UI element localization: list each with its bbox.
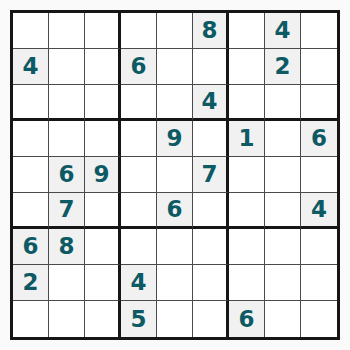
cell-r7c7[interactable] <box>229 229 265 265</box>
cell-r1c9[interactable] <box>301 13 337 49</box>
cell-r9c5[interactable] <box>157 301 193 337</box>
sudoku-board: 844624916697764682456 <box>10 10 340 340</box>
cell-r7c2: 8 <box>49 229 85 265</box>
cell-r4c3[interactable] <box>85 121 121 157</box>
cell-r6c2: 7 <box>49 193 85 229</box>
cell-r4c9: 6 <box>301 121 337 157</box>
cell-r7c9[interactable] <box>301 229 337 265</box>
cell-r3c6: 4 <box>193 85 229 121</box>
cell-r3c3[interactable] <box>85 85 121 121</box>
cell-r3c1[interactable] <box>13 85 49 121</box>
cell-r9c4: 5 <box>121 301 157 337</box>
cell-r6c4[interactable] <box>121 193 157 229</box>
cell-r9c2[interactable] <box>49 301 85 337</box>
cell-r7c1: 6 <box>13 229 49 265</box>
cell-r8c6[interactable] <box>193 265 229 301</box>
cell-r1c6: 8 <box>193 13 229 49</box>
cell-r8c2[interactable] <box>49 265 85 301</box>
cell-r6c9: 4 <box>301 193 337 229</box>
cell-r7c6[interactable] <box>193 229 229 265</box>
cell-r6c3[interactable] <box>85 193 121 229</box>
cell-r6c1[interactable] <box>13 193 49 229</box>
cell-r7c4[interactable] <box>121 229 157 265</box>
cell-r5c5[interactable] <box>157 157 193 193</box>
cell-r3c5[interactable] <box>157 85 193 121</box>
cell-r1c3[interactable] <box>85 13 121 49</box>
cell-r6c5: 6 <box>157 193 193 229</box>
cell-r5c7[interactable] <box>229 157 265 193</box>
cell-r2c9[interactable] <box>301 49 337 85</box>
cell-r8c4: 4 <box>121 265 157 301</box>
cell-r1c1[interactable] <box>13 13 49 49</box>
cell-r1c8: 4 <box>265 13 301 49</box>
cell-r9c6[interactable] <box>193 301 229 337</box>
cell-r4c7: 1 <box>229 121 265 157</box>
cell-r5c8[interactable] <box>265 157 301 193</box>
cell-r1c7[interactable] <box>229 13 265 49</box>
cell-r3c9[interactable] <box>301 85 337 121</box>
cell-r9c9[interactable] <box>301 301 337 337</box>
cell-r4c6[interactable] <box>193 121 229 157</box>
cell-r4c8[interactable] <box>265 121 301 157</box>
cell-r7c5[interactable] <box>157 229 193 265</box>
cell-r4c4[interactable] <box>121 121 157 157</box>
cell-r3c7[interactable] <box>229 85 265 121</box>
cell-r9c8[interactable] <box>265 301 301 337</box>
cell-r7c8[interactable] <box>265 229 301 265</box>
cell-r8c9[interactable] <box>301 265 337 301</box>
cell-r5c2: 6 <box>49 157 85 193</box>
cell-r8c3[interactable] <box>85 265 121 301</box>
cell-r5c3: 9 <box>85 157 121 193</box>
cell-r5c9[interactable] <box>301 157 337 193</box>
cell-r9c7: 6 <box>229 301 265 337</box>
cell-r6c7[interactable] <box>229 193 265 229</box>
cell-r4c1[interactable] <box>13 121 49 157</box>
cell-r6c6[interactable] <box>193 193 229 229</box>
cell-r8c7[interactable] <box>229 265 265 301</box>
cell-r2c2[interactable] <box>49 49 85 85</box>
cell-r2c8: 2 <box>265 49 301 85</box>
cell-r6c8[interactable] <box>265 193 301 229</box>
cell-r2c5[interactable] <box>157 49 193 85</box>
cell-r1c2[interactable] <box>49 13 85 49</box>
cell-r5c6: 7 <box>193 157 229 193</box>
cell-r5c1[interactable] <box>13 157 49 193</box>
cell-r8c1: 2 <box>13 265 49 301</box>
cell-r2c6[interactable] <box>193 49 229 85</box>
cell-r2c1: 4 <box>13 49 49 85</box>
cell-r4c2[interactable] <box>49 121 85 157</box>
cell-r1c4[interactable] <box>121 13 157 49</box>
cell-r3c2[interactable] <box>49 85 85 121</box>
cell-r4c5: 9 <box>157 121 193 157</box>
cell-r1c5[interactable] <box>157 13 193 49</box>
cell-r9c1[interactable] <box>13 301 49 337</box>
cell-r8c5[interactable] <box>157 265 193 301</box>
cell-r3c4[interactable] <box>121 85 157 121</box>
cell-r9c3[interactable] <box>85 301 121 337</box>
cell-r3c8[interactable] <box>265 85 301 121</box>
cell-r2c7[interactable] <box>229 49 265 85</box>
cell-r5c4[interactable] <box>121 157 157 193</box>
cell-r8c8[interactable] <box>265 265 301 301</box>
cell-r2c3[interactable] <box>85 49 121 85</box>
cell-r2c4: 6 <box>121 49 157 85</box>
cell-r7c3[interactable] <box>85 229 121 265</box>
